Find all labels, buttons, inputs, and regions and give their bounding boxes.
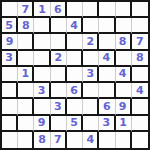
cell-r3c8[interactable]: 8 bbox=[116, 34, 132, 50]
cell-r7c9[interactable] bbox=[132, 99, 148, 115]
cell-r5c4[interactable] bbox=[51, 67, 67, 83]
cell-r4c3[interactable] bbox=[34, 51, 50, 67]
cell-r5c3[interactable] bbox=[34, 67, 50, 83]
cell-r3c7[interactable] bbox=[99, 34, 115, 50]
cell-r5c1[interactable] bbox=[2, 67, 18, 83]
cell-r6c9[interactable]: 4 bbox=[132, 83, 148, 99]
cell-r2c7[interactable] bbox=[99, 18, 115, 34]
cell-r7c1[interactable] bbox=[2, 99, 18, 115]
cell-r1c3[interactable]: 1 bbox=[34, 2, 50, 18]
cell-r4c9[interactable]: 8 bbox=[132, 51, 148, 67]
cell-r8c9[interactable] bbox=[132, 116, 148, 132]
cell-r6c2[interactable] bbox=[18, 83, 34, 99]
cell-r2c6[interactable] bbox=[83, 18, 99, 34]
cell-r4c2[interactable] bbox=[18, 51, 34, 67]
cell-r1c6[interactable] bbox=[83, 2, 99, 18]
cell-r5c5[interactable] bbox=[67, 67, 83, 83]
cell-r4c5[interactable] bbox=[67, 51, 83, 67]
sudoku-board: 716584928732481343643699531874 bbox=[0, 0, 150, 150]
cell-r2c2[interactable]: 8 bbox=[18, 18, 34, 34]
cell-r9c5[interactable] bbox=[67, 132, 83, 148]
cell-r5c7[interactable] bbox=[99, 67, 115, 83]
cell-r3c9[interactable]: 7 bbox=[132, 34, 148, 50]
cell-r8c2[interactable] bbox=[18, 116, 34, 132]
cell-r9c9[interactable] bbox=[132, 132, 148, 148]
cell-r5c2[interactable]: 1 bbox=[18, 67, 34, 83]
cell-r6c5[interactable]: 6 bbox=[67, 83, 83, 99]
cell-r4c6[interactable] bbox=[83, 51, 99, 67]
cell-r9c7[interactable] bbox=[99, 132, 115, 148]
cell-r8c6[interactable] bbox=[83, 116, 99, 132]
cell-r1c8[interactable] bbox=[116, 2, 132, 18]
cell-r7c6[interactable] bbox=[83, 99, 99, 115]
cell-r3c6[interactable]: 2 bbox=[83, 34, 99, 50]
cell-r7c8[interactable]: 9 bbox=[116, 99, 132, 115]
cell-r4c8[interactable] bbox=[116, 51, 132, 67]
cell-r2c4[interactable] bbox=[51, 18, 67, 34]
cell-r3c2[interactable] bbox=[18, 34, 34, 50]
cell-r2c8[interactable] bbox=[116, 18, 132, 34]
cell-r9c2[interactable] bbox=[18, 132, 34, 148]
cell-r8c5[interactable]: 5 bbox=[67, 116, 83, 132]
cell-r9c8[interactable] bbox=[116, 132, 132, 148]
cell-r2c3[interactable] bbox=[34, 18, 50, 34]
cell-r1c1[interactable] bbox=[2, 2, 18, 18]
cell-r8c4[interactable] bbox=[51, 116, 67, 132]
cell-r6c1[interactable] bbox=[2, 83, 18, 99]
cell-r3c3[interactable] bbox=[34, 34, 50, 50]
cell-r7c5[interactable] bbox=[67, 99, 83, 115]
cell-r4c7[interactable]: 4 bbox=[99, 51, 115, 67]
cell-r5c6[interactable]: 3 bbox=[83, 67, 99, 83]
cell-r1c5[interactable] bbox=[67, 2, 83, 18]
cell-r6c4[interactable] bbox=[51, 83, 67, 99]
cell-r6c3[interactable]: 3 bbox=[34, 83, 50, 99]
cell-r1c4[interactable]: 6 bbox=[51, 2, 67, 18]
cell-r9c6[interactable]: 4 bbox=[83, 132, 99, 148]
cell-r5c9[interactable] bbox=[132, 67, 148, 83]
cell-r7c2[interactable] bbox=[18, 99, 34, 115]
cell-r4c4[interactable]: 2 bbox=[51, 51, 67, 67]
cell-r9c4[interactable]: 7 bbox=[51, 132, 67, 148]
cell-r2c5[interactable]: 4 bbox=[67, 18, 83, 34]
cell-r6c6[interactable] bbox=[83, 83, 99, 99]
cell-r3c5[interactable] bbox=[67, 34, 83, 50]
cell-r1c2[interactable]: 7 bbox=[18, 2, 34, 18]
cell-r9c1[interactable] bbox=[2, 132, 18, 148]
cell-r2c9[interactable] bbox=[132, 18, 148, 34]
cell-r7c4[interactable]: 3 bbox=[51, 99, 67, 115]
cell-r3c4[interactable] bbox=[51, 34, 67, 50]
cell-r6c8[interactable] bbox=[116, 83, 132, 99]
cell-r8c8[interactable]: 1 bbox=[116, 116, 132, 132]
cell-r1c9[interactable] bbox=[132, 2, 148, 18]
cell-r4c1[interactable]: 3 bbox=[2, 51, 18, 67]
cell-r8c1[interactable] bbox=[2, 116, 18, 132]
cell-r1c7[interactable] bbox=[99, 2, 115, 18]
cell-r5c8[interactable]: 4 bbox=[116, 67, 132, 83]
cell-r7c3[interactable] bbox=[34, 99, 50, 115]
cell-r9c3[interactable]: 8 bbox=[34, 132, 50, 148]
cell-r8c3[interactable]: 9 bbox=[34, 116, 50, 132]
cell-r2c1[interactable]: 5 bbox=[2, 18, 18, 34]
cell-r8c7[interactable]: 3 bbox=[99, 116, 115, 132]
cell-r6c7[interactable] bbox=[99, 83, 115, 99]
cell-r7c7[interactable]: 6 bbox=[99, 99, 115, 115]
cell-r3c1[interactable]: 9 bbox=[2, 34, 18, 50]
